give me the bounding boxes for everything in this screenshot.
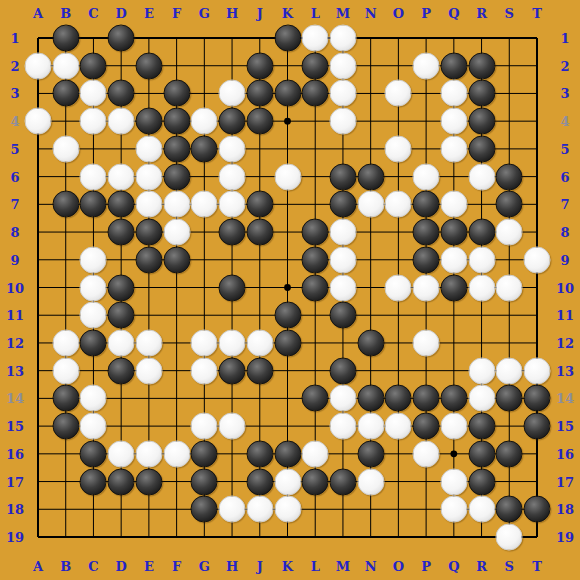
white-stone[interactable] <box>413 274 440 301</box>
row-label-right: 13 <box>556 364 574 377</box>
row-label-right: 10 <box>556 281 574 294</box>
row-label-right: 4 <box>560 115 569 128</box>
black-stone[interactable] <box>108 219 135 246</box>
row-label-left: 16 <box>6 447 24 460</box>
black-stone[interactable] <box>302 385 329 412</box>
black-stone[interactable] <box>413 246 440 273</box>
white-stone[interactable] <box>385 413 412 440</box>
column-label-top: R <box>476 7 487 20</box>
row-label-left: 12 <box>6 336 24 349</box>
black-stone[interactable] <box>219 108 246 135</box>
white-stone[interactable] <box>413 440 440 467</box>
white-stone[interactable] <box>468 274 495 301</box>
black-stone[interactable] <box>496 440 523 467</box>
white-stone[interactable] <box>219 191 246 218</box>
white-stone[interactable] <box>135 440 162 467</box>
white-stone[interactable] <box>135 329 162 356</box>
black-stone[interactable] <box>163 108 190 135</box>
white-stone[interactable] <box>468 385 495 412</box>
black-stone[interactable] <box>440 274 467 301</box>
black-stone[interactable] <box>524 385 551 412</box>
column-label-top: G <box>199 7 210 20</box>
black-stone[interactable] <box>440 385 467 412</box>
black-stone[interactable] <box>357 329 384 356</box>
black-stone[interactable] <box>385 385 412 412</box>
go-board: AABBCCDDEEFFGGHHJJKKLLMMNNOOPPQQRRSSTT11… <box>0 0 580 580</box>
white-stone[interactable] <box>135 135 162 162</box>
black-stone[interactable] <box>52 80 79 107</box>
column-label-top: M <box>336 7 350 20</box>
white-stone[interactable] <box>413 163 440 190</box>
white-stone[interactable] <box>385 191 412 218</box>
black-stone[interactable] <box>468 108 495 135</box>
white-stone[interactable] <box>52 52 79 79</box>
row-label-left: 19 <box>6 531 24 544</box>
black-stone[interactable] <box>108 468 135 495</box>
black-stone[interactable] <box>357 440 384 467</box>
white-stone[interactable] <box>135 357 162 384</box>
row-label-left: 9 <box>10 253 19 266</box>
black-stone[interactable] <box>246 219 273 246</box>
row-label-left: 7 <box>10 198 19 211</box>
white-stone[interactable] <box>108 440 135 467</box>
black-stone[interactable] <box>52 191 79 218</box>
row-label-right: 12 <box>556 336 574 349</box>
black-stone[interactable] <box>108 25 135 52</box>
white-stone[interactable] <box>191 413 218 440</box>
white-stone[interactable] <box>191 357 218 384</box>
white-stone[interactable] <box>163 219 190 246</box>
column-label-bottom: E <box>144 560 154 573</box>
row-label-left: 18 <box>6 503 24 516</box>
black-stone[interactable] <box>52 25 79 52</box>
column-label-bottom: M <box>336 560 350 573</box>
black-stone[interactable] <box>468 80 495 107</box>
white-stone[interactable] <box>440 468 467 495</box>
row-label-left: 10 <box>6 281 24 294</box>
black-stone[interactable] <box>302 468 329 495</box>
row-label-right: 14 <box>556 392 574 405</box>
column-label-top: L <box>311 7 320 20</box>
row-label-right: 16 <box>556 447 574 460</box>
black-stone[interactable] <box>302 246 329 273</box>
black-stone[interactable] <box>108 357 135 384</box>
black-stone[interactable] <box>468 135 495 162</box>
column-label-top: N <box>365 7 377 20</box>
black-stone[interactable] <box>135 108 162 135</box>
row-label-right: 11 <box>556 309 574 322</box>
white-stone[interactable] <box>25 108 52 135</box>
white-stone[interactable] <box>468 163 495 190</box>
black-stone[interactable] <box>246 440 273 467</box>
black-stone[interactable] <box>413 191 440 218</box>
black-stone[interactable] <box>108 274 135 301</box>
column-label-top: K <box>282 7 293 20</box>
row-label-left: 4 <box>10 115 19 128</box>
column-label-bottom: O <box>393 560 404 573</box>
white-stone[interactable] <box>468 246 495 273</box>
black-stone[interactable] <box>274 80 301 107</box>
white-stone[interactable] <box>108 163 135 190</box>
column-label-bottom: R <box>476 560 487 573</box>
white-stone[interactable] <box>302 440 329 467</box>
black-stone[interactable] <box>191 135 218 162</box>
white-stone[interactable] <box>80 413 107 440</box>
black-stone[interactable] <box>329 163 356 190</box>
white-stone[interactable] <box>329 80 356 107</box>
white-stone[interactable] <box>163 440 190 467</box>
black-stone[interactable] <box>413 413 440 440</box>
black-stone[interactable] <box>440 52 467 79</box>
column-label-top: B <box>60 7 71 20</box>
white-stone[interactable] <box>496 524 523 551</box>
white-stone[interactable] <box>80 80 107 107</box>
white-stone[interactable] <box>163 191 190 218</box>
white-stone[interactable] <box>413 329 440 356</box>
white-stone[interactable] <box>329 219 356 246</box>
white-stone[interactable] <box>80 163 107 190</box>
black-stone[interactable] <box>246 468 273 495</box>
column-label-top: J <box>257 7 263 20</box>
white-stone[interactable] <box>80 385 107 412</box>
white-stone[interactable] <box>135 163 162 190</box>
row-label-left: 1 <box>10 32 19 45</box>
black-stone[interactable] <box>329 191 356 218</box>
white-stone[interactable] <box>524 357 551 384</box>
white-stone[interactable] <box>80 108 107 135</box>
black-stone[interactable] <box>468 219 495 246</box>
white-stone[interactable] <box>357 468 384 495</box>
column-label-bottom: L <box>311 560 320 573</box>
row-label-right: 19 <box>556 531 574 544</box>
column-label-top: T <box>532 7 542 20</box>
column-label-top: Q <box>448 7 459 20</box>
black-stone[interactable] <box>468 468 495 495</box>
black-stone[interactable] <box>246 108 273 135</box>
black-stone[interactable] <box>440 219 467 246</box>
white-stone[interactable] <box>274 163 301 190</box>
column-label-bottom: C <box>88 560 98 573</box>
white-stone[interactable] <box>302 25 329 52</box>
black-stone[interactable] <box>163 80 190 107</box>
black-stone[interactable] <box>524 413 551 440</box>
black-stone[interactable] <box>357 163 384 190</box>
white-stone[interactable] <box>440 413 467 440</box>
black-stone[interactable] <box>468 52 495 79</box>
black-stone[interactable] <box>496 191 523 218</box>
black-stone[interactable] <box>496 385 523 412</box>
white-stone[interactable] <box>329 52 356 79</box>
column-label-bottom: Q <box>448 560 459 573</box>
black-stone[interactable] <box>246 357 273 384</box>
white-stone[interactable] <box>80 246 107 273</box>
row-label-right: 18 <box>556 503 574 516</box>
white-stone[interactable] <box>52 329 79 356</box>
black-stone[interactable] <box>135 219 162 246</box>
white-stone[interactable] <box>219 329 246 356</box>
row-label-right: 5 <box>560 142 569 155</box>
black-stone[interactable] <box>274 329 301 356</box>
black-stone[interactable] <box>108 302 135 329</box>
row-label-left: 15 <box>6 420 24 433</box>
white-stone[interactable] <box>191 191 218 218</box>
white-stone[interactable] <box>440 80 467 107</box>
white-stone[interactable] <box>468 357 495 384</box>
star-point <box>284 118 291 125</box>
black-stone[interactable] <box>219 357 246 384</box>
row-label-left: 13 <box>6 364 24 377</box>
column-label-bottom: P <box>421 560 431 573</box>
black-stone[interactable] <box>524 496 551 523</box>
black-stone[interactable] <box>163 135 190 162</box>
column-label-top: A <box>33 7 43 20</box>
row-label-left: 11 <box>6 309 24 322</box>
black-stone[interactable] <box>302 274 329 301</box>
star-point <box>284 284 291 291</box>
black-stone[interactable] <box>52 385 79 412</box>
white-stone[interactable] <box>496 274 523 301</box>
white-stone[interactable] <box>25 52 52 79</box>
white-stone[interactable] <box>108 108 135 135</box>
column-label-bottom: B <box>60 560 71 573</box>
white-stone[interactable] <box>135 191 162 218</box>
row-label-right: 9 <box>560 253 569 266</box>
row-label-right: 1 <box>560 32 569 45</box>
row-label-left: 2 <box>10 59 19 72</box>
white-stone[interactable] <box>440 246 467 273</box>
row-label-right: 7 <box>560 198 569 211</box>
row-label-left: 14 <box>6 392 24 405</box>
white-stone[interactable] <box>219 135 246 162</box>
black-stone[interactable] <box>163 163 190 190</box>
white-stone[interactable] <box>246 496 273 523</box>
column-label-top: D <box>116 7 127 20</box>
row-label-left: 3 <box>10 87 19 100</box>
white-stone[interactable] <box>329 385 356 412</box>
column-label-top: H <box>226 7 238 20</box>
black-stone[interactable] <box>246 191 273 218</box>
black-stone[interactable] <box>468 413 495 440</box>
white-stone[interactable] <box>219 80 246 107</box>
column-label-bottom: J <box>257 560 263 573</box>
white-stone[interactable] <box>80 302 107 329</box>
white-stone[interactable] <box>496 357 523 384</box>
white-stone[interactable] <box>274 496 301 523</box>
black-stone[interactable] <box>302 219 329 246</box>
white-stone[interactable] <box>413 52 440 79</box>
column-label-bottom: H <box>226 560 238 573</box>
black-stone[interactable] <box>80 329 107 356</box>
column-label-bottom: K <box>282 560 293 573</box>
white-stone[interactable] <box>524 246 551 273</box>
black-stone[interactable] <box>496 163 523 190</box>
white-stone[interactable] <box>108 329 135 356</box>
black-stone[interactable] <box>413 385 440 412</box>
black-stone[interactable] <box>108 80 135 107</box>
column-label-bottom: A <box>33 560 43 573</box>
column-label-bottom: G <box>199 560 210 573</box>
row-label-right: 6 <box>560 170 569 183</box>
column-label-top: F <box>172 7 181 20</box>
black-stone[interactable] <box>274 25 301 52</box>
black-stone[interactable] <box>135 468 162 495</box>
column-label-bottom: S <box>505 560 514 573</box>
black-stone[interactable] <box>80 440 107 467</box>
black-stone[interactable] <box>80 52 107 79</box>
white-stone[interactable] <box>191 108 218 135</box>
black-stone[interactable] <box>413 219 440 246</box>
white-stone[interactable] <box>440 135 467 162</box>
white-stone[interactable] <box>329 413 356 440</box>
row-label-left: 17 <box>6 475 24 488</box>
black-stone[interactable] <box>191 468 218 495</box>
white-stone[interactable] <box>385 80 412 107</box>
black-stone[interactable] <box>191 440 218 467</box>
row-label-right: 2 <box>560 59 569 72</box>
row-label-left: 5 <box>10 142 19 155</box>
white-stone[interactable] <box>385 274 412 301</box>
white-stone[interactable] <box>468 496 495 523</box>
white-stone[interactable] <box>219 496 246 523</box>
white-stone[interactable] <box>329 25 356 52</box>
white-stone[interactable] <box>246 329 273 356</box>
black-stone[interactable] <box>135 246 162 273</box>
star-point <box>450 450 457 457</box>
black-stone[interactable] <box>108 191 135 218</box>
black-stone[interactable] <box>329 302 356 329</box>
row-label-right: 3 <box>560 87 569 100</box>
column-label-top: P <box>421 7 431 20</box>
column-label-top: O <box>393 7 404 20</box>
column-label-bottom: F <box>172 560 181 573</box>
black-stone[interactable] <box>302 80 329 107</box>
white-stone[interactable] <box>219 163 246 190</box>
black-stone[interactable] <box>163 246 190 273</box>
column-label-bottom: N <box>365 560 377 573</box>
black-stone[interactable] <box>246 52 273 79</box>
black-stone[interactable] <box>357 385 384 412</box>
black-stone[interactable] <box>274 302 301 329</box>
column-label-top: E <box>144 7 154 20</box>
white-stone[interactable] <box>274 468 301 495</box>
white-stone[interactable] <box>52 357 79 384</box>
white-stone[interactable] <box>329 246 356 273</box>
row-label-right: 8 <box>560 226 569 239</box>
row-label-left: 8 <box>10 226 19 239</box>
row-label-right: 15 <box>556 420 574 433</box>
black-stone[interactable] <box>135 52 162 79</box>
white-stone[interactable] <box>357 191 384 218</box>
black-stone[interactable] <box>246 80 273 107</box>
white-stone[interactable] <box>440 191 467 218</box>
column-label-top: C <box>88 7 98 20</box>
white-stone[interactable] <box>80 274 107 301</box>
white-stone[interactable] <box>385 135 412 162</box>
white-stone[interactable] <box>440 108 467 135</box>
black-stone[interactable] <box>274 440 301 467</box>
black-stone[interactable] <box>52 413 79 440</box>
white-stone[interactable] <box>219 413 246 440</box>
white-stone[interactable] <box>357 413 384 440</box>
black-stone[interactable] <box>496 496 523 523</box>
black-stone[interactable] <box>219 274 246 301</box>
white-stone[interactable] <box>329 108 356 135</box>
black-stone[interactable] <box>80 191 107 218</box>
black-stone[interactable] <box>329 468 356 495</box>
row-label-left: 6 <box>10 170 19 183</box>
white-stone[interactable] <box>52 135 79 162</box>
white-stone[interactable] <box>191 329 218 356</box>
row-label-right: 17 <box>556 475 574 488</box>
black-stone[interactable] <box>191 496 218 523</box>
column-label-top: S <box>505 7 514 20</box>
black-stone[interactable] <box>302 52 329 79</box>
black-stone[interactable] <box>80 468 107 495</box>
black-stone[interactable] <box>219 219 246 246</box>
black-stone[interactable] <box>329 357 356 384</box>
column-label-bottom: T <box>532 560 542 573</box>
white-stone[interactable] <box>440 496 467 523</box>
white-stone[interactable] <box>329 274 356 301</box>
black-stone[interactable] <box>468 440 495 467</box>
white-stone[interactable] <box>496 219 523 246</box>
column-label-bottom: D <box>116 560 127 573</box>
